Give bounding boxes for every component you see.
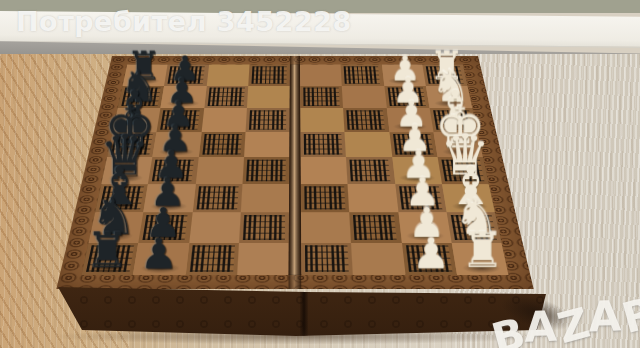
square: [242, 157, 289, 184]
square: [301, 212, 351, 242]
square: [351, 243, 405, 275]
square: [300, 86, 343, 108]
square: [349, 212, 401, 242]
square: [195, 157, 244, 184]
chess-board: ♜♟♟♜♞♟♟♞♝♟♟♝♚♟♟♚♛♟♟♛♝♟♟♝♞♟♟♞♜♟♟♜: [56, 56, 533, 289]
square: ♟: [401, 243, 456, 275]
square: [192, 184, 242, 212]
square: [343, 108, 389, 132]
box-shadow: [60, 329, 540, 344]
square: [245, 108, 289, 132]
square: [345, 132, 392, 157]
black-pawn: ♟: [140, 233, 178, 273]
square: [348, 184, 398, 212]
square: ♜: [451, 243, 508, 275]
square: [346, 157, 395, 184]
square: [239, 212, 289, 242]
square: ♜: [82, 243, 139, 275]
white-rook: ♜: [460, 227, 504, 273]
square: [201, 108, 247, 132]
square: [185, 243, 239, 275]
square: [301, 243, 353, 275]
square: [206, 64, 249, 85]
square: [241, 184, 290, 212]
white-pawn: ♟: [412, 233, 450, 273]
square: [248, 64, 290, 85]
square: ♟: [133, 243, 188, 275]
board-tilt: ♜♟♟♜♞♟♟♞♝♟♟♝♚♟♟♚♛♟♟♛♝♟♟♝♞♟♟♞♜♟♟♜: [56, 56, 533, 289]
square: [237, 243, 289, 275]
black-rook: ♜: [86, 227, 130, 273]
square: [198, 132, 245, 157]
photo-stage: ♜♟♟♜♞♟♟♞♝♟♟♝♚♟♟♚♛♟♟♛♝♟♟♝♞♟♟♞♜♟♟♜ Потреби…: [0, 0, 640, 348]
square: [341, 64, 384, 85]
board-hinge-border: [288, 56, 301, 289]
square: [204, 86, 248, 108]
square: [247, 86, 290, 108]
square: [301, 157, 348, 184]
square: [301, 184, 350, 212]
watermark: Потребител 3452228: [16, 6, 352, 37]
square: [342, 86, 386, 108]
square: [189, 212, 241, 242]
square: [300, 132, 346, 157]
square: [300, 108, 344, 132]
square: [300, 64, 342, 85]
square: [244, 132, 290, 157]
